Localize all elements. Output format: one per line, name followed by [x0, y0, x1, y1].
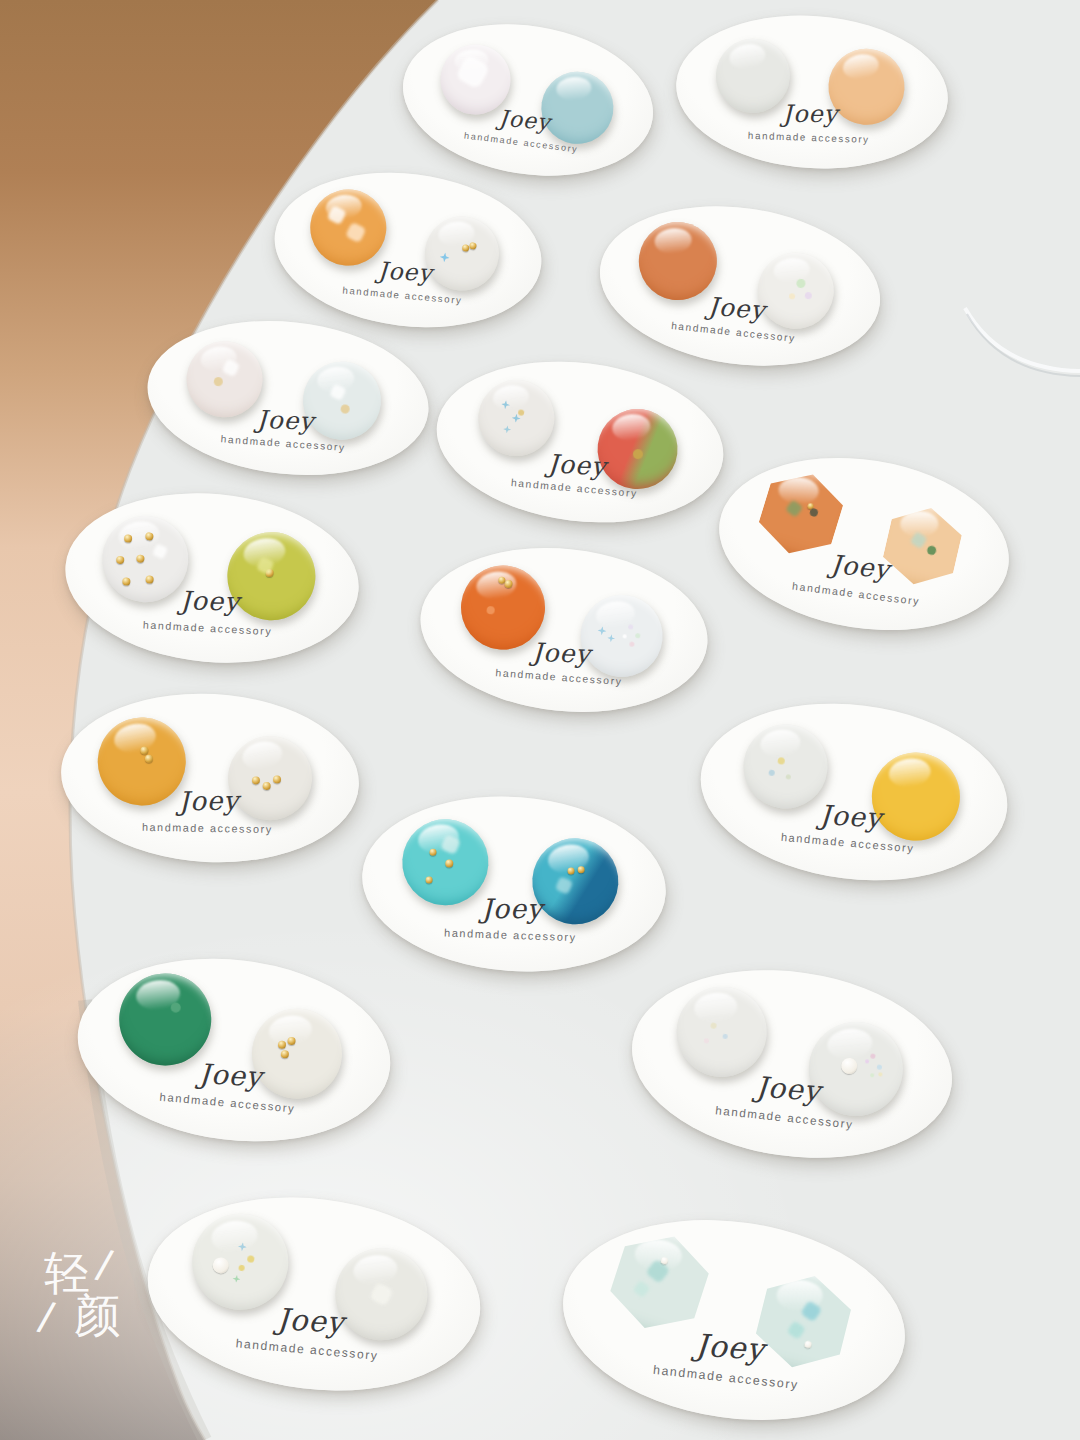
earring-card: Joey handmade accessory: [356, 787, 671, 982]
flake-accent: [326, 205, 346, 225]
watermark-slash-2: /: [35, 1295, 58, 1341]
flake-accent: [440, 834, 461, 855]
dot-accent: [796, 279, 806, 289]
earring-card: Joey handmade accessory: [671, 7, 953, 178]
flake-accent: [785, 499, 803, 517]
brand-name: Joey: [360, 893, 664, 924]
bead-accent: [445, 860, 454, 869]
flake-accent: [152, 543, 168, 559]
earring-card: Joey handmade accessory: [266, 158, 551, 342]
pearl-accent: [840, 1057, 858, 1075]
brand-subtitle: handmade accessory: [358, 924, 662, 947]
cards-layer: Joey handmade accessory Joey handmade ac…: [0, 0, 1080, 1440]
brand-subtitle: handmade accessory: [61, 614, 355, 641]
bead-accent: [145, 532, 154, 541]
dot-accent: [247, 1255, 255, 1263]
pearl-accent: [212, 1256, 230, 1274]
flake-accent: [329, 384, 346, 401]
flake-accent: [221, 358, 240, 377]
dot-accent: [486, 606, 495, 615]
earring-card: Joey handmade accessory: [140, 308, 436, 489]
dot-accent: [865, 1059, 870, 1064]
flake-accent: [633, 1279, 651, 1297]
dot-accent: [809, 507, 819, 517]
dot-accent: [768, 769, 775, 776]
brand-name: Joey: [63, 584, 357, 619]
star-accent: [503, 425, 512, 434]
bead-accent: [429, 849, 436, 856]
dot-accent: [635, 633, 640, 638]
star-accent: [232, 1274, 241, 1283]
star-accent: [237, 1242, 247, 1252]
star-accent: [501, 400, 511, 410]
dot-accent: [870, 1073, 875, 1078]
dot-accent: [710, 1023, 717, 1030]
earring-card: Joey handmade accessory: [67, 942, 401, 1159]
earring-card: Joey handmade accessory: [58, 482, 366, 675]
star-accent: [597, 626, 607, 636]
watermark-char-2: 颜: [74, 1292, 120, 1338]
bead-accent: [115, 556, 124, 565]
camera-watermark: 轻 / / 颜: [36, 1244, 146, 1364]
dot-accent: [622, 634, 626, 638]
earring-card: Joey handmade accessory: [427, 346, 732, 538]
bead-accent: [469, 242, 477, 250]
dot-accent: [213, 377, 223, 387]
dot-accent: [704, 1038, 710, 1044]
bead-accent: [577, 866, 584, 873]
flake-accent: [455, 54, 490, 89]
earring-card: Joey handmade accessory: [691, 687, 1018, 897]
earring-card: Joey handmade accessory: [590, 189, 891, 383]
earring-card: Joey handmade accessory: [550, 1199, 918, 1440]
brand-name: Joey: [60, 784, 358, 819]
watermark-slash-1: /: [93, 1243, 116, 1289]
bead-accent: [425, 876, 432, 883]
flake-accent: [369, 1282, 393, 1306]
earring-card: Joey handmade accessory: [137, 1179, 492, 1408]
bead-accent: [252, 776, 260, 784]
bead-accent: [124, 534, 133, 543]
earring-card: Joey handmade accessory: [620, 950, 964, 1177]
bead-accent: [288, 1036, 297, 1045]
bead-accent: [145, 755, 153, 763]
bead-accent: [277, 1040, 286, 1049]
dot-accent: [170, 1002, 181, 1013]
flake-accent: [910, 532, 928, 550]
earring-card: Joey handmade accessory: [392, 7, 664, 193]
earring-card: Joey handmade accessory: [57, 686, 363, 869]
dot-accent: [238, 1265, 245, 1272]
bead-accent: [280, 1050, 289, 1059]
dot-accent: [723, 1034, 729, 1040]
dot-accent: [518, 409, 525, 416]
dot-accent: [785, 774, 791, 780]
dot-accent: [628, 624, 633, 629]
pearl-accent: [660, 1256, 669, 1265]
earring-card: Joey handmade accessory: [412, 534, 715, 725]
bead-accent: [568, 867, 575, 874]
dot-accent: [778, 757, 786, 765]
dot-accent: [870, 1054, 876, 1060]
flake-accent: [800, 1301, 822, 1323]
brand-subtitle: handmade accessory: [673, 127, 945, 147]
earring-card: Joey handmade accessory: [707, 438, 1022, 650]
brand-name: Joey: [674, 100, 946, 128]
brand-subtitle: handmade accessory: [58, 819, 356, 836]
dot-accent: [926, 545, 937, 556]
flake-accent: [345, 222, 367, 244]
bead-accent: [273, 776, 281, 784]
dot-accent: [878, 1072, 883, 1077]
dot-accent: [877, 1064, 883, 1070]
bead-accent: [145, 575, 154, 584]
bead-accent: [140, 746, 148, 754]
bead-accent: [136, 554, 145, 563]
